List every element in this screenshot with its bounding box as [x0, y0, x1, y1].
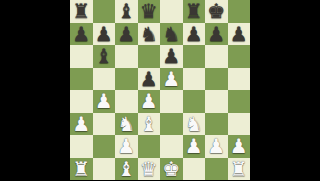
square-e1[interactable]: ♚ — [160, 158, 183, 181]
square-d6[interactable] — [138, 45, 161, 68]
square-h5[interactable] — [228, 68, 251, 91]
square-b7[interactable]: ♟ — [93, 23, 116, 46]
square-a1[interactable]: ♜ — [70, 158, 93, 181]
square-g3[interactable] — [205, 113, 228, 136]
white-king-icon[interactable]: ♚ — [162, 158, 180, 180]
square-c2[interactable]: ♟ — [115, 135, 138, 158]
square-a6[interactable] — [70, 45, 93, 68]
black-knight-icon[interactable]: ♞ — [140, 23, 158, 45]
square-d2[interactable] — [138, 135, 161, 158]
square-b1[interactable] — [93, 158, 116, 181]
square-h1[interactable]: ♜ — [228, 158, 251, 181]
black-king-icon[interactable]: ♚ — [207, 0, 225, 22]
chess-board: ♜♝♛♜♚♟♟♟♞♞♟♟♟♝♟♟♟♟♟♟♞♝♞♟♟♟♟♜♝♛♚♜ — [70, 0, 250, 180]
square-h3[interactable] — [228, 113, 251, 136]
white-bishop-icon[interactable]: ♝ — [117, 158, 135, 180]
black-pawn-icon[interactable]: ♟ — [72, 23, 90, 45]
black-rook-icon[interactable]: ♜ — [72, 0, 90, 22]
square-b5[interactable] — [93, 68, 116, 91]
black-pawn-icon[interactable]: ♟ — [117, 23, 135, 45]
square-b8[interactable] — [93, 0, 116, 23]
square-f8[interactable]: ♜ — [183, 0, 206, 23]
square-g7[interactable]: ♟ — [205, 23, 228, 46]
white-rook-icon[interactable]: ♜ — [230, 158, 248, 180]
square-f2[interactable]: ♟ — [183, 135, 206, 158]
black-knight-icon[interactable]: ♞ — [162, 23, 180, 45]
square-a5[interactable] — [70, 68, 93, 91]
square-c5[interactable] — [115, 68, 138, 91]
white-pawn-icon[interactable]: ♟ — [140, 90, 158, 112]
square-g5[interactable] — [205, 68, 228, 91]
white-pawn-icon[interactable]: ♟ — [72, 113, 90, 135]
square-f4[interactable] — [183, 90, 206, 113]
square-d1[interactable]: ♛ — [138, 158, 161, 181]
square-c8[interactable]: ♝ — [115, 0, 138, 23]
square-e3[interactable] — [160, 113, 183, 136]
square-e5[interactable]: ♟ — [160, 68, 183, 91]
black-queen-icon[interactable]: ♛ — [140, 0, 158, 22]
square-c7[interactable]: ♟ — [115, 23, 138, 46]
square-d7[interactable]: ♞ — [138, 23, 161, 46]
square-f3[interactable]: ♞ — [183, 113, 206, 136]
black-pawn-icon[interactable]: ♟ — [140, 68, 158, 90]
app-background: ♜♝♛♜♚♟♟♟♞♞♟♟♟♝♟♟♟♟♟♟♞♝♞♟♟♟♟♜♝♛♚♜ — [0, 0, 320, 180]
square-e4[interactable] — [160, 90, 183, 113]
white-bishop-icon[interactable]: ♝ — [140, 113, 158, 135]
square-a4[interactable] — [70, 90, 93, 113]
square-g1[interactable] — [205, 158, 228, 181]
square-b6[interactable]: ♝ — [93, 45, 116, 68]
white-pawn-icon[interactable]: ♟ — [185, 135, 203, 157]
square-b2[interactable] — [93, 135, 116, 158]
black-pawn-icon[interactable]: ♟ — [185, 23, 203, 45]
square-a3[interactable]: ♟ — [70, 113, 93, 136]
square-g8[interactable]: ♚ — [205, 0, 228, 23]
square-g6[interactable] — [205, 45, 228, 68]
square-e8[interactable] — [160, 0, 183, 23]
white-pawn-icon[interactable]: ♟ — [230, 135, 248, 157]
white-pawn-icon[interactable]: ♟ — [95, 90, 113, 112]
square-g2[interactable]: ♟ — [205, 135, 228, 158]
white-knight-icon[interactable]: ♞ — [185, 113, 203, 135]
square-a8[interactable]: ♜ — [70, 0, 93, 23]
square-f5[interactable] — [183, 68, 206, 91]
square-e2[interactable] — [160, 135, 183, 158]
square-h7[interactable]: ♟ — [228, 23, 251, 46]
square-a7[interactable]: ♟ — [70, 23, 93, 46]
square-c3[interactable]: ♞ — [115, 113, 138, 136]
square-d8[interactable]: ♛ — [138, 0, 161, 23]
square-d4[interactable]: ♟ — [138, 90, 161, 113]
square-h4[interactable] — [228, 90, 251, 113]
black-bishop-icon[interactable]: ♝ — [117, 0, 135, 22]
white-pawn-icon[interactable]: ♟ — [117, 135, 135, 157]
square-c1[interactable]: ♝ — [115, 158, 138, 181]
square-f6[interactable] — [183, 45, 206, 68]
square-f7[interactable]: ♟ — [183, 23, 206, 46]
white-knight-icon[interactable]: ♞ — [117, 113, 135, 135]
square-d5[interactable]: ♟ — [138, 68, 161, 91]
white-rook-icon[interactable]: ♜ — [72, 158, 90, 180]
white-pawn-icon[interactable]: ♟ — [207, 135, 225, 157]
square-c6[interactable] — [115, 45, 138, 68]
square-e7[interactable]: ♞ — [160, 23, 183, 46]
square-h6[interactable] — [228, 45, 251, 68]
square-e6[interactable]: ♟ — [160, 45, 183, 68]
black-pawn-icon[interactable]: ♟ — [95, 23, 113, 45]
white-queen-icon[interactable]: ♛ — [140, 158, 158, 180]
black-rook-icon[interactable]: ♜ — [185, 0, 203, 22]
square-h8[interactable] — [228, 0, 251, 23]
square-f1[interactable] — [183, 158, 206, 181]
black-pawn-icon[interactable]: ♟ — [230, 23, 248, 45]
square-c4[interactable] — [115, 90, 138, 113]
square-b3[interactable] — [93, 113, 116, 136]
black-pawn-icon[interactable]: ♟ — [162, 45, 180, 67]
square-a2[interactable] — [70, 135, 93, 158]
black-pawn-icon[interactable]: ♟ — [207, 23, 225, 45]
square-b4[interactable]: ♟ — [93, 90, 116, 113]
square-g4[interactable] — [205, 90, 228, 113]
white-pawn-icon[interactable]: ♟ — [162, 68, 180, 90]
black-bishop-icon[interactable]: ♝ — [95, 45, 113, 67]
square-h2[interactable]: ♟ — [228, 135, 251, 158]
square-d3[interactable]: ♝ — [138, 113, 161, 136]
